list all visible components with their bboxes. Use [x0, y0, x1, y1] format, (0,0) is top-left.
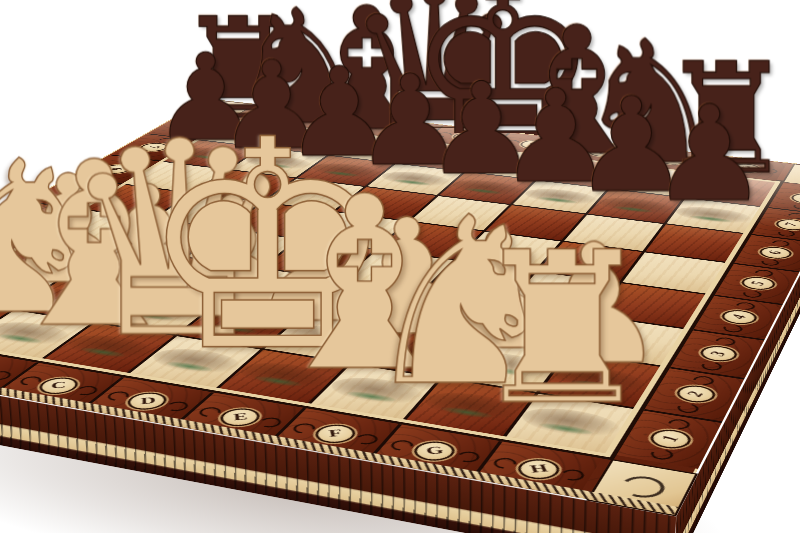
coordinate-circle: D [450, 132, 483, 142]
perspective-stage: ABCDEFGH ABCDEFGH 87654321 87654321 ♜♞♝♛… [0, 0, 800, 533]
coordinate-circle: F [586, 147, 619, 158]
coordinate-circle: 7 [773, 218, 800, 232]
white-rook-glyph: ♜ [469, 225, 656, 434]
coordinate-circle: E [517, 139, 550, 150]
coordinate-circle: H [730, 163, 763, 174]
chess-set-photo: ABCDEFGH ABCDEFGH 87654321 87654321 ♜♞♝♛… [0, 0, 800, 533]
chess-board: ABCDEFGH ABCDEFGH 87654321 87654321 ♜♞♝♛… [0, 99, 800, 515]
coordinate-circle: G [657, 155, 690, 166]
coordinate-circle: 8 [789, 192, 800, 205]
